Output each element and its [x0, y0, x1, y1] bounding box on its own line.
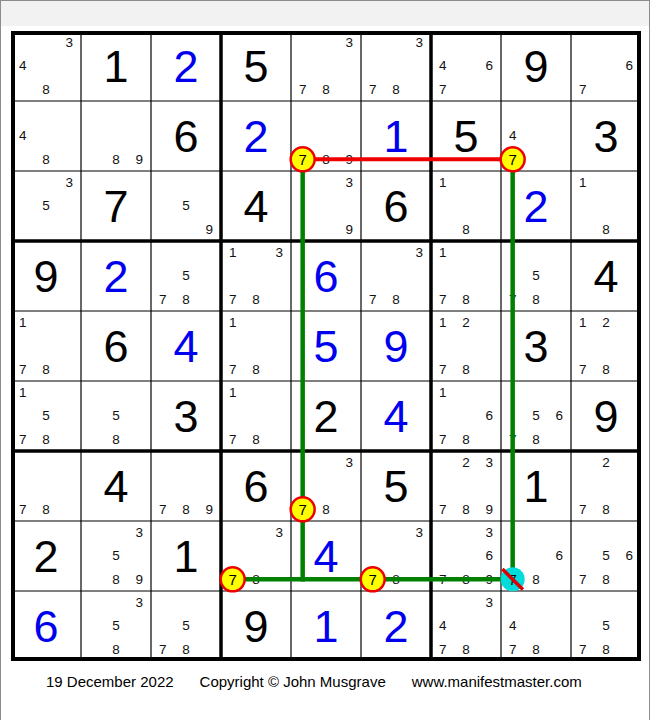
- candidate-1: 1: [431, 241, 454, 264]
- candidate-7: 7: [221, 428, 244, 451]
- cell-r5c4[interactable]: 178: [221, 311, 291, 381]
- cell-r7c1[interactable]: 78: [11, 451, 81, 521]
- candidate-empty: [618, 78, 641, 101]
- candidate-grid: 58: [81, 381, 151, 451]
- candidate-8: 8: [244, 288, 267, 311]
- candidate-empty: [81, 568, 104, 591]
- cell-r8c1[interactable]: 2: [11, 521, 81, 591]
- cell-r6c9[interactable]: 9: [571, 381, 641, 451]
- candidate-empty: [618, 171, 641, 194]
- candidate-1: 1: [571, 171, 594, 194]
- candidate-empty: [338, 54, 361, 77]
- candidate-3: 3: [128, 521, 151, 544]
- candidate-empty: [314, 194, 337, 217]
- candidate-empty: [478, 428, 501, 451]
- cell-r9c3[interactable]: 578: [151, 591, 221, 661]
- candidate-6: 6: [548, 544, 571, 567]
- candidate-grid: 5678: [571, 521, 641, 591]
- candidate-empty: [244, 241, 267, 264]
- candidate-5: 5: [594, 544, 617, 567]
- cell-r5c1[interactable]: 178: [11, 311, 81, 381]
- candidate-empty: [34, 171, 57, 194]
- candidate-empty: [221, 264, 244, 287]
- cell-r1c6[interactable]: 378: [361, 31, 431, 101]
- cell-r8c3[interactable]: 1: [151, 521, 221, 591]
- candidate-3: 3: [268, 241, 291, 264]
- candidate-empty: [384, 521, 407, 544]
- entered-digit: 6: [11, 591, 81, 661]
- cell-r4c6[interactable]: 378: [361, 241, 431, 311]
- cell-r9c2[interactable]: 358: [81, 591, 151, 661]
- candidate-7: 7: [431, 498, 454, 521]
- candidate-1: 1: [431, 171, 454, 194]
- candidate-7: 7: [291, 78, 314, 101]
- candidate-empty: [431, 194, 454, 217]
- cell-r2c1[interactable]: 48: [11, 101, 81, 171]
- candidate-empty: [454, 241, 477, 264]
- candidate-8: 8: [454, 428, 477, 451]
- candidate-empty: [34, 474, 57, 497]
- cell-r5c3[interactable]: 4: [151, 311, 221, 381]
- candidate-empty: [104, 591, 127, 614]
- cell-r5c9[interactable]: 1278: [571, 311, 641, 381]
- candidate-9: 9: [338, 218, 361, 241]
- cell-r7c2[interactable]: 4: [81, 451, 151, 521]
- cell-r1c8[interactable]: 9: [501, 31, 571, 101]
- candidate-empty: [151, 264, 174, 287]
- candidate-empty: [291, 124, 314, 147]
- cell-r4c4[interactable]: 1378: [221, 241, 291, 311]
- candidate-empty: [174, 474, 197, 497]
- candidate-8: 8: [454, 218, 477, 241]
- cell-r7c8[interactable]: 1: [501, 451, 571, 521]
- candidate-empty: [11, 148, 34, 171]
- cell-r4c9[interactable]: 4: [571, 241, 641, 311]
- candidate-8: 8: [384, 568, 407, 591]
- cell-r9c8[interactable]: 478: [501, 591, 571, 661]
- candidate-empty: [81, 428, 104, 451]
- candidate-6: 6: [548, 404, 571, 427]
- candidate-5: 5: [174, 614, 197, 637]
- cell-r4c1[interactable]: 9: [11, 241, 81, 311]
- candidate-empty: [524, 381, 547, 404]
- candidate-grid: 178: [431, 241, 501, 311]
- cell-r1c3[interactable]: 2: [151, 31, 221, 101]
- candidate-grid: 378: [291, 451, 361, 521]
- candidate-5: 5: [104, 544, 127, 567]
- cell-r3c4[interactable]: 4: [221, 171, 291, 241]
- candidate-empty: [244, 521, 267, 544]
- candidate-grid: 348: [11, 31, 81, 101]
- candidate-empty: [244, 381, 267, 404]
- candidate-8: 8: [34, 498, 57, 521]
- cell-r6c6[interactable]: 4: [361, 381, 431, 451]
- candidate-empty: [501, 381, 524, 404]
- candidate-1: 1: [221, 241, 244, 264]
- candidate-empty: [454, 381, 477, 404]
- candidate-7: 7: [501, 568, 524, 591]
- candidate-4: 4: [11, 124, 34, 147]
- candidate-grid: 378: [221, 521, 291, 591]
- candidate-8: 8: [594, 638, 617, 661]
- cell-r6c3[interactable]: 3: [151, 381, 221, 451]
- candidate-5: 5: [34, 194, 57, 217]
- candidate-9: 9: [478, 568, 501, 591]
- candidate-empty: [384, 31, 407, 54]
- candidate-empty: [34, 451, 57, 474]
- candidate-empty: [11, 404, 34, 427]
- candidate-empty: [268, 334, 291, 357]
- cell-r7c5[interactable]: 378: [291, 451, 361, 521]
- candidate-empty: [128, 124, 151, 147]
- cell-r2c7[interactable]: 5: [431, 101, 501, 171]
- candidate-empty: [524, 124, 547, 147]
- given-digit: 4: [571, 241, 641, 311]
- cell-r7c3[interactable]: 789: [151, 451, 221, 521]
- candidate-empty: [128, 381, 151, 404]
- candidate-empty: [221, 334, 244, 357]
- candidate-3: 3: [408, 31, 431, 54]
- cell-r9c7[interactable]: 3478: [431, 591, 501, 661]
- entered-digit: 2: [81, 241, 151, 311]
- cell-r4c3[interactable]: 578: [151, 241, 221, 311]
- candidate-empty: [104, 521, 127, 544]
- candidate-empty: [151, 171, 174, 194]
- candidate-empty: [431, 218, 454, 241]
- candidate-empty: [454, 614, 477, 637]
- candidate-empty: [478, 311, 501, 334]
- candidate-8: 8: [454, 288, 477, 311]
- candidate-4: 4: [431, 54, 454, 77]
- cell-r3c8[interactable]: 2: [501, 171, 571, 241]
- candidate-empty: [198, 451, 221, 474]
- cell-r3c3[interactable]: 59: [151, 171, 221, 241]
- cell-r1c2[interactable]: 1: [81, 31, 151, 101]
- page: 3481253783784679674889627891547335759439…: [0, 0, 650, 720]
- given-digit: 1: [81, 31, 151, 101]
- cell-r4c5[interactable]: 6: [291, 241, 361, 311]
- candidate-empty: [384, 241, 407, 264]
- candidate-empty: [618, 451, 641, 474]
- cell-r5c7[interactable]: 1278: [431, 311, 501, 381]
- candidate-empty: [408, 264, 431, 287]
- candidate-empty: [501, 544, 524, 567]
- given-digit: 6: [151, 101, 221, 171]
- candidate-grid: 278: [571, 451, 641, 521]
- candidate-empty: [431, 474, 454, 497]
- entered-digit: 1: [361, 101, 431, 171]
- candidate-empty: [501, 591, 524, 614]
- candidate-empty: [81, 381, 104, 404]
- cell-r9c5[interactable]: 1: [291, 591, 361, 661]
- candidate-empty: [548, 241, 571, 264]
- candidate-empty: [198, 241, 221, 264]
- candidate-7: 7: [151, 638, 174, 661]
- candidate-empty: [524, 521, 547, 544]
- candidate-empty: [408, 288, 431, 311]
- candidate-7: 7: [571, 568, 594, 591]
- cell-r1c7[interactable]: 467: [431, 31, 501, 101]
- entered-digit: 4: [291, 521, 361, 591]
- candidate-empty: [478, 218, 501, 241]
- candidate-empty: [104, 381, 127, 404]
- cell-r8c4[interactable]: 378: [221, 521, 291, 591]
- given-digit: 6: [81, 311, 151, 381]
- cell-r4c2[interactable]: 2: [81, 241, 151, 311]
- cell-r2c9[interactable]: 3: [571, 101, 641, 171]
- candidate-grid: 1378: [221, 241, 291, 311]
- given-digit: 5: [361, 451, 431, 521]
- candidate-5: 5: [594, 614, 617, 637]
- candidate-grid: 36789: [431, 521, 501, 591]
- cell-r7c4[interactable]: 6: [221, 451, 291, 521]
- candidate-5: 5: [524, 264, 547, 287]
- candidate-empty: [524, 148, 547, 171]
- candidate-empty: [548, 101, 571, 124]
- candidate-empty: [81, 124, 104, 147]
- candidate-grid: 39: [291, 171, 361, 241]
- candidate-4: 4: [501, 614, 524, 637]
- candidate-9: 9: [198, 218, 221, 241]
- candidate-empty: [314, 218, 337, 241]
- entered-digit: 4: [361, 381, 431, 451]
- candidate-empty: [58, 498, 81, 521]
- candidate-7: 7: [221, 568, 244, 591]
- candidate-7: 7: [431, 428, 454, 451]
- cell-r2c5[interactable]: 789: [291, 101, 361, 171]
- cell-r2c2[interactable]: 89: [81, 101, 151, 171]
- candidate-empty: [58, 101, 81, 124]
- candidate-empty: [291, 101, 314, 124]
- cell-r8c2[interactable]: 3589: [81, 521, 151, 591]
- candidate-grid: 3478: [431, 591, 501, 661]
- given-digit: 5: [221, 31, 291, 101]
- cell-r6c4[interactable]: 178: [221, 381, 291, 451]
- cell-r6c7[interactable]: 1678: [431, 381, 501, 451]
- candidate-grid: 578: [571, 591, 641, 661]
- candidate-empty: [454, 264, 477, 287]
- candidate-7: 7: [571, 498, 594, 521]
- candidate-empty: [384, 54, 407, 77]
- candidate-5: 5: [104, 614, 127, 637]
- cell-r3c2[interactable]: 7: [81, 171, 151, 241]
- candidate-empty: [151, 218, 174, 241]
- candidate-empty: [151, 451, 174, 474]
- candidate-7: 7: [501, 148, 524, 171]
- candidate-8: 8: [524, 288, 547, 311]
- candidate-6: 6: [478, 54, 501, 77]
- candidate-empty: [594, 171, 617, 194]
- candidate-empty: [81, 148, 104, 171]
- candidate-empty: [431, 264, 454, 287]
- candidate-empty: [58, 78, 81, 101]
- cell-r1c4[interactable]: 5: [221, 31, 291, 101]
- candidate-empty: [524, 591, 547, 614]
- candidate-8: 8: [34, 428, 57, 451]
- candidate-3: 3: [478, 521, 501, 544]
- candidate-empty: [571, 218, 594, 241]
- candidate-empty: [501, 521, 524, 544]
- cell-r5c2[interactable]: 6: [81, 311, 151, 381]
- cell-r1c9[interactable]: 67: [571, 31, 641, 101]
- candidate-empty: [314, 54, 337, 77]
- candidate-8: 8: [454, 568, 477, 591]
- candidate-4: 4: [11, 54, 34, 77]
- candidate-2: 2: [594, 451, 617, 474]
- candidate-8: 8: [104, 428, 127, 451]
- candidate-empty: [244, 334, 267, 357]
- candidate-empty: [58, 334, 81, 357]
- cell-r7c7[interactable]: 23789: [431, 451, 501, 521]
- candidate-8: 8: [314, 78, 337, 101]
- candidate-grid: 678: [501, 521, 571, 591]
- cell-r8c9[interactable]: 5678: [571, 521, 641, 591]
- candidate-grid: 578: [151, 591, 221, 661]
- candidate-empty: [291, 171, 314, 194]
- candidate-empty: [314, 31, 337, 54]
- candidate-empty: [384, 264, 407, 287]
- candidate-9: 9: [128, 568, 151, 591]
- candidate-2: 2: [454, 451, 477, 474]
- candidate-grid: 1278: [571, 311, 641, 381]
- candidate-empty: [104, 101, 127, 124]
- candidate-8: 8: [244, 358, 267, 381]
- window-top-strip: [1, 1, 650, 26]
- candidate-empty: [198, 171, 221, 194]
- cell-r5c6[interactable]: 9: [361, 311, 431, 381]
- candidate-empty: [361, 241, 384, 264]
- cell-r9c4[interactable]: 9: [221, 591, 291, 661]
- cell-r6c2[interactable]: 58: [81, 381, 151, 451]
- candidate-empty: [431, 521, 454, 544]
- cell-r6c8[interactable]: 5678: [501, 381, 571, 451]
- cell-r2c6[interactable]: 1: [361, 101, 431, 171]
- cell-r8c5[interactable]: 4: [291, 521, 361, 591]
- candidate-empty: [291, 218, 314, 241]
- candidate-empty: [478, 288, 501, 311]
- candidate-4: 4: [501, 124, 524, 147]
- cell-r9c1[interactable]: 6: [11, 591, 81, 661]
- candidate-grid: 1578: [11, 381, 81, 451]
- candidate-7: 7: [501, 428, 524, 451]
- candidate-empty: [594, 591, 617, 614]
- candidate-3: 3: [408, 521, 431, 544]
- candidate-empty: [548, 614, 571, 637]
- entered-digit: 5: [291, 311, 361, 381]
- cell-r3c5[interactable]: 39: [291, 171, 361, 241]
- cell-r2c8[interactable]: 47: [501, 101, 571, 171]
- candidate-empty: [81, 591, 104, 614]
- cell-r8c6[interactable]: 378: [361, 521, 431, 591]
- cell-r1c1[interactable]: 348: [11, 31, 81, 101]
- cell-r5c8[interactable]: 3: [501, 311, 571, 381]
- given-digit: 1: [151, 521, 221, 591]
- candidate-8: 8: [174, 288, 197, 311]
- candidate-empty: [268, 311, 291, 334]
- cell-r8c7[interactable]: 36789: [431, 521, 501, 591]
- candidate-empty: [571, 544, 594, 567]
- cell-r2c3[interactable]: 6: [151, 101, 221, 171]
- footer: 19 December 2022 Copyright © John Musgra…: [46, 673, 582, 690]
- candidate-empty: [81, 521, 104, 544]
- candidate-empty: [221, 404, 244, 427]
- candidate-empty: [361, 264, 384, 287]
- candidate-empty: [198, 591, 221, 614]
- candidate-empty: [81, 101, 104, 124]
- candidate-empty: [268, 381, 291, 404]
- cell-r3c9[interactable]: 18: [571, 171, 641, 241]
- candidate-empty: [58, 381, 81, 404]
- candidate-empty: [454, 334, 477, 357]
- footer-copyright: Copyright © John Musgrave: [200, 673, 386, 690]
- cell-r7c9[interactable]: 278: [571, 451, 641, 521]
- candidate-3: 3: [338, 171, 361, 194]
- cell-r3c6[interactable]: 6: [361, 171, 431, 241]
- candidate-7: 7: [361, 288, 384, 311]
- candidate-empty: [338, 194, 361, 217]
- candidate-8: 8: [524, 428, 547, 451]
- candidate-empty: [478, 614, 501, 637]
- candidate-empty: [618, 638, 641, 661]
- cell-r9c6[interactable]: 2: [361, 591, 431, 661]
- candidate-8: 8: [104, 638, 127, 661]
- cell-r3c1[interactable]: 35: [11, 171, 81, 241]
- cell-r1c5[interactable]: 378: [291, 31, 361, 101]
- cell-r7c6[interactable]: 5: [361, 451, 431, 521]
- candidate-empty: [338, 474, 361, 497]
- candidate-empty: [594, 334, 617, 357]
- cell-r6c5[interactable]: 2: [291, 381, 361, 451]
- cell-r9c9[interactable]: 578: [571, 591, 641, 661]
- candidate-empty: [34, 54, 57, 77]
- cell-r4c8[interactable]: 578: [501, 241, 571, 311]
- candidate-empty: [58, 54, 81, 77]
- given-digit: 7: [81, 171, 151, 241]
- cell-r6c1[interactable]: 1578: [11, 381, 81, 451]
- candidate-empty: [431, 404, 454, 427]
- candidate-7: 7: [431, 78, 454, 101]
- candidate-empty: [618, 358, 641, 381]
- candidate-2: 2: [594, 311, 617, 334]
- candidate-grid: 47: [501, 101, 571, 171]
- candidate-empty: [618, 614, 641, 637]
- cell-r5c5[interactable]: 5: [291, 311, 361, 381]
- cell-r4c7[interactable]: 178: [431, 241, 501, 311]
- candidate-3: 3: [338, 451, 361, 474]
- cell-r3c7[interactable]: 18: [431, 171, 501, 241]
- candidate-empty: [454, 54, 477, 77]
- given-digit: 6: [361, 171, 431, 241]
- candidate-empty: [291, 451, 314, 474]
- given-digit: 6: [221, 451, 291, 521]
- given-digit: 4: [221, 171, 291, 241]
- cell-r2c4[interactable]: 2: [221, 101, 291, 171]
- candidate-empty: [128, 638, 151, 661]
- candidate-empty: [571, 194, 594, 217]
- entered-digit: 2: [501, 171, 571, 241]
- given-digit: 3: [151, 381, 221, 451]
- cell-r8c8[interactable]: 678: [501, 521, 571, 591]
- candidate-empty: [548, 521, 571, 544]
- candidate-empty: [34, 381, 57, 404]
- candidate-8: 8: [524, 638, 547, 661]
- candidate-grid: 578: [501, 241, 571, 311]
- candidate-grid: 789: [151, 451, 221, 521]
- entered-digit: 2: [221, 101, 291, 171]
- candidate-grid: 67: [571, 31, 641, 101]
- candidate-empty: [431, 544, 454, 567]
- candidate-empty: [151, 614, 174, 637]
